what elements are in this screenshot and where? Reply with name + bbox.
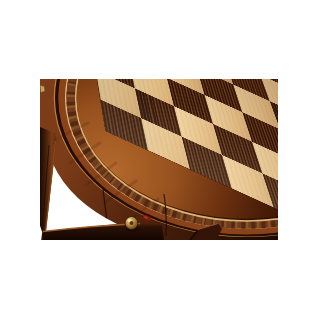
page-background: [0, 0, 320, 320]
drop-leaf-hinge: [40, 85, 45, 93]
product-photo: [40, 79, 278, 240]
